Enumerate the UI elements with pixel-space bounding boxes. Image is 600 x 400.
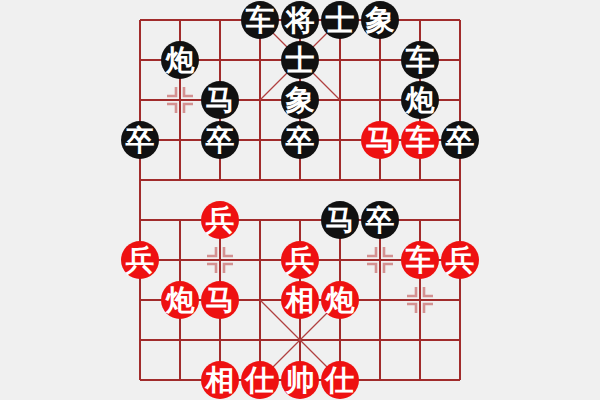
piece-red-cannon[interactable]: 炮: [321, 281, 359, 319]
piece-black-soldier[interactable]: 卒: [361, 201, 399, 239]
piece-red-soldier[interactable]: 兵: [281, 241, 319, 279]
piece-black-horse[interactable]: 马: [321, 201, 359, 239]
piece-red-soldier[interactable]: 兵: [441, 241, 479, 279]
piece-black-soldier[interactable]: 卒: [121, 121, 159, 159]
xiangqi-board: 车将士象炮士车马象炮卒卒卒马车卒兵马卒兵兵车兵炮马相炮相仕帅仕: [120, 0, 480, 400]
piece-red-elephant[interactable]: 相: [281, 281, 319, 319]
board-grid: 车将士象炮士车马象炮卒卒卒马车卒兵马卒兵兵车兵炮马相炮相仕帅仕: [120, 0, 480, 400]
piece-red-chariot[interactable]: 车: [401, 241, 439, 279]
app-background: 车将士象炮士车马象炮卒卒卒马车卒兵马卒兵兵车兵炮马相炮相仕帅仕: [0, 0, 600, 400]
piece-black-advisor[interactable]: 士: [321, 1, 359, 39]
piece-red-advisor[interactable]: 仕: [241, 361, 279, 399]
piece-black-elephant[interactable]: 象: [361, 1, 399, 39]
piece-black-soldier[interactable]: 卒: [201, 121, 239, 159]
piece-red-soldier[interactable]: 兵: [121, 241, 159, 279]
piece-black-horse[interactable]: 马: [201, 81, 239, 119]
piece-red-cannon[interactable]: 炮: [161, 281, 199, 319]
piece-red-horse[interactable]: 马: [361, 121, 399, 159]
piece-black-general[interactable]: 将: [281, 1, 319, 39]
piece-red-chariot[interactable]: 车: [401, 121, 439, 159]
piece-black-chariot[interactable]: 车: [401, 41, 439, 79]
piece-black-soldier[interactable]: 卒: [441, 121, 479, 159]
piece-black-chariot[interactable]: 车: [241, 1, 279, 39]
piece-black-cannon[interactable]: 炮: [401, 81, 439, 119]
piece-red-general[interactable]: 帅: [281, 361, 319, 399]
piece-black-elephant[interactable]: 象: [281, 81, 319, 119]
piece-red-soldier[interactable]: 兵: [201, 201, 239, 239]
piece-red-horse[interactable]: 马: [201, 281, 239, 319]
piece-black-advisor[interactable]: 士: [281, 41, 319, 79]
piece-black-soldier[interactable]: 卒: [281, 121, 319, 159]
piece-black-cannon[interactable]: 炮: [161, 41, 199, 79]
piece-red-advisor[interactable]: 仕: [321, 361, 359, 399]
piece-red-elephant[interactable]: 相: [201, 361, 239, 399]
